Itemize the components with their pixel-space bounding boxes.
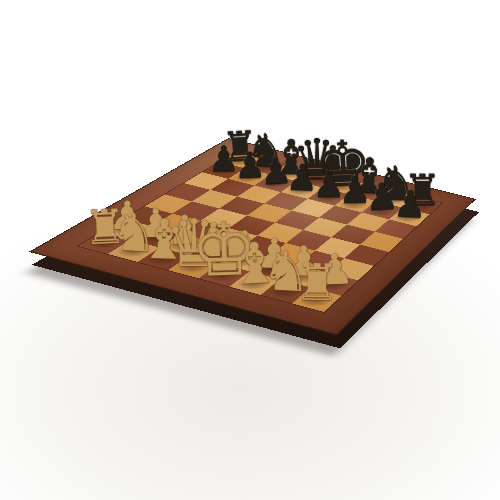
chess-board — [29, 138, 476, 335]
photo-stage: ♜♞♝♛♚♝♞♜♟♟♟♟♟♟♟♟♟♟♟♟♟♟♟♟♜♞♝♛♚♝♞♜ — [0, 0, 500, 500]
